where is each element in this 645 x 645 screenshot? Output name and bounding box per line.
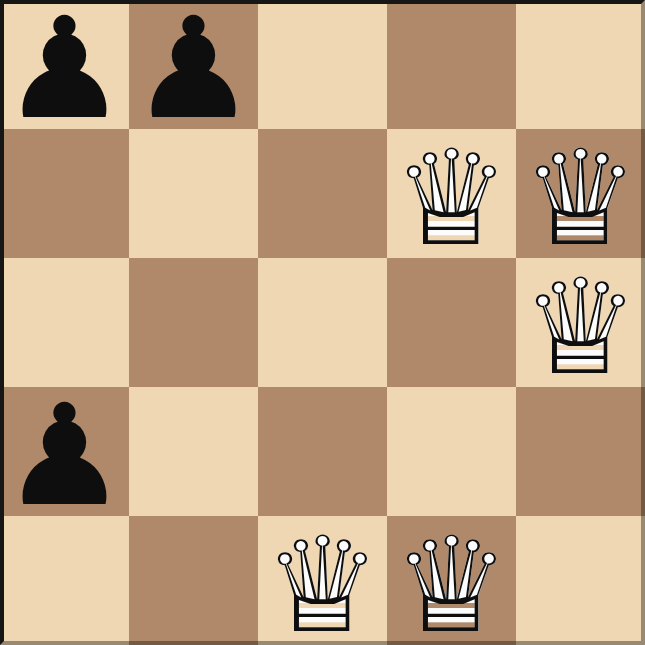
white-queen-outline: ♕ [392, 129, 510, 258]
square-r2c0[interactable] [0, 258, 129, 387]
square-r4c2[interactable]: ♛♕ [258, 516, 387, 645]
square-r3c0[interactable]: ♟ [0, 387, 129, 516]
black-pawn[interactable]: ♟ [2, 0, 128, 129]
square-r4c0[interactable] [0, 516, 129, 645]
white-queen-outline: ♕ [521, 258, 639, 387]
white-queen[interactable]: ♛♕ [392, 131, 510, 258]
square-r0c4[interactable] [516, 0, 645, 129]
square-r1c3[interactable]: ♛♕ [387, 129, 516, 258]
white-queen-outline: ♕ [263, 516, 381, 645]
square-r0c3[interactable] [387, 0, 516, 129]
white-queen[interactable]: ♛♕ [521, 260, 639, 387]
square-r2c1[interactable] [129, 258, 258, 387]
square-r2c3[interactable] [387, 258, 516, 387]
square-r3c3[interactable] [387, 387, 516, 516]
white-queen[interactable]: ♛♕ [392, 518, 510, 645]
square-r0c0[interactable]: ♟ [0, 0, 129, 129]
black-pawn[interactable]: ♟ [131, 0, 257, 129]
black-pawn[interactable]: ♟ [2, 387, 128, 516]
square-r4c4[interactable] [516, 516, 645, 645]
square-r0c1[interactable]: ♟ [129, 0, 258, 129]
square-r1c0[interactable] [0, 129, 129, 258]
square-r1c1[interactable] [129, 129, 258, 258]
chess-board: ♟♟♛♕♛♕♛♕♟♛♕♛♕ [0, 0, 645, 645]
square-r0c2[interactable] [258, 0, 387, 129]
white-queen-outline: ♕ [392, 516, 510, 645]
square-r3c2[interactable] [258, 387, 387, 516]
square-r4c1[interactable] [129, 516, 258, 645]
white-queen-outline: ♕ [521, 129, 639, 258]
square-r3c4[interactable] [516, 387, 645, 516]
white-queen[interactable]: ♛♕ [521, 131, 639, 258]
square-r3c1[interactable] [129, 387, 258, 516]
square-r1c2[interactable] [258, 129, 387, 258]
square-r4c3[interactable]: ♛♕ [387, 516, 516, 645]
board-squares: ♟♟♛♕♛♕♛♕♟♛♕♛♕ [0, 0, 645, 645]
square-r2c4[interactable]: ♛♕ [516, 258, 645, 387]
white-queen[interactable]: ♛♕ [263, 518, 381, 645]
square-r1c4[interactable]: ♛♕ [516, 129, 645, 258]
square-r2c2[interactable] [258, 258, 387, 387]
